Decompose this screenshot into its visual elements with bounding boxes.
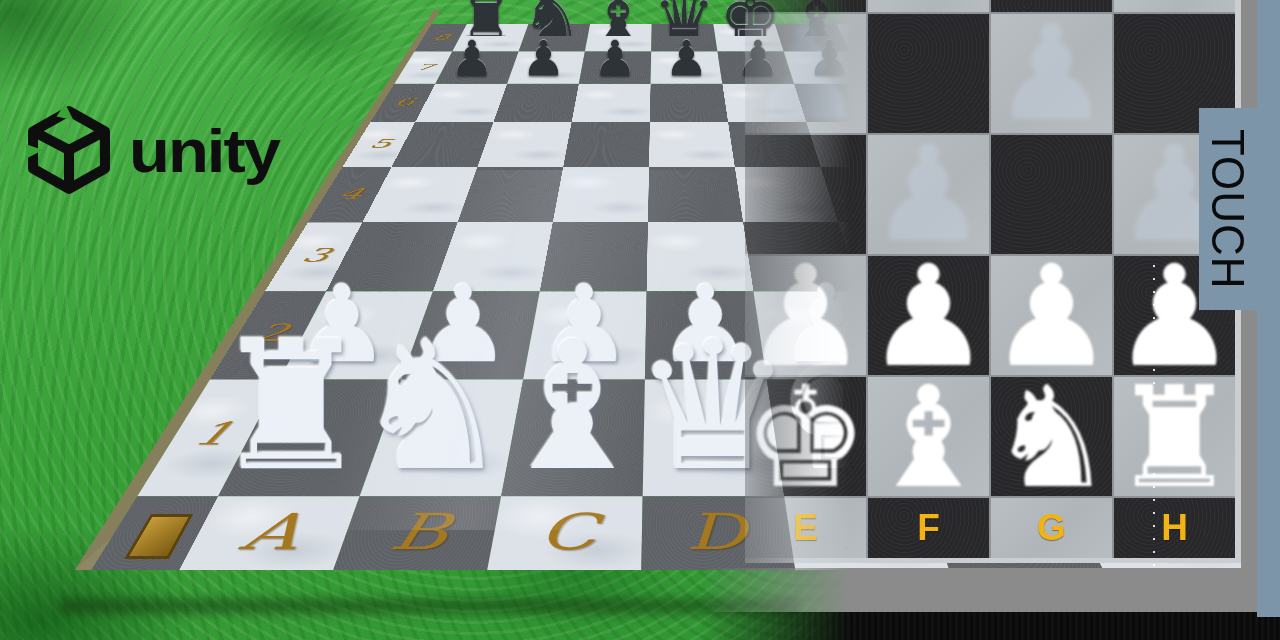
white-bishop-piece[interactable]: ♝	[493, 322, 653, 491]
file-label-h: H	[1114, 498, 1235, 558]
white-rook-piece[interactable]: ♜	[211, 322, 371, 491]
white-king-piece[interactable]: ♚	[745, 377, 866, 496]
black-pawn-piece[interactable]: ♟	[593, 36, 637, 82]
square-c6[interactable]	[572, 84, 651, 122]
file-label-cell-g: G	[991, 498, 1112, 558]
right-board-overlay: ♟♟♟♟♟♟♟♟♚♝♞♜EFGH TOUCH	[700, 0, 1280, 640]
touch-banner[interactable]: TOUCH	[1199, 108, 1257, 310]
square-h5[interactable]	[1114, 0, 1235, 12]
white-knight-piece[interactable]: ♞	[352, 322, 512, 491]
particle-dots	[1153, 265, 1155, 575]
square-e1[interactable]: ♚	[745, 377, 866, 496]
square-h1[interactable]: ♜	[1114, 377, 1235, 496]
file-label-cell-h: H	[1114, 498, 1235, 558]
square-f5[interactable]	[868, 0, 989, 12]
file-label-e: E	[745, 498, 866, 558]
square-c1[interactable]: ♝	[501, 380, 645, 497]
right-board: ♟♟♟♟♟♟♟♟♚♝♞♜EFGH	[745, 0, 1241, 563]
touch-banner-label: TOUCH	[1202, 129, 1255, 290]
square-c5[interactable]	[563, 122, 650, 167]
unity-wordmark: unity	[129, 115, 279, 186]
square-c4[interactable]	[553, 167, 649, 222]
board-shadow	[60, 598, 800, 614]
white-bishop-piece[interactable]: ♝	[868, 377, 989, 496]
square-c7[interactable]: ♟	[579, 52, 651, 84]
board-surround-bottom	[700, 568, 1257, 612]
square-b6[interactable]	[494, 84, 579, 122]
bottom-black-bar	[700, 612, 1280, 640]
square-g4[interactable]: ♟	[991, 14, 1112, 133]
white-knight-piece[interactable]: ♞	[991, 377, 1112, 496]
game-screenshot: 8♜♞♝♛♚♝♞♜7♟♟♟♟♟♟♟♟65432♟♟♟♟♟♟♟♟1♜♞♝♛♚♝♞♜…	[0, 0, 1280, 640]
file-label-cell-e: E	[745, 498, 866, 558]
unity-logo: unity	[23, 104, 279, 196]
square-b7[interactable]: ♟	[507, 52, 585, 84]
square-e4[interactable]: ♟	[745, 14, 866, 133]
file-label-cell-f: F	[868, 498, 989, 558]
square-b5[interactable]	[477, 122, 571, 167]
white-rook-piece[interactable]: ♜	[1114, 377, 1235, 496]
square-f4[interactable]	[868, 14, 989, 133]
square-f1[interactable]: ♝	[868, 377, 989, 496]
black-pawn-piece[interactable]: ♟	[450, 36, 494, 82]
file-label-f: F	[868, 498, 989, 558]
ghost-pawn-reflection: ♟	[745, 14, 866, 133]
file-label-g: G	[991, 498, 1112, 558]
right-edge-strip	[1257, 0, 1280, 617]
unity-cube-icon	[23, 104, 115, 196]
square-g1[interactable]: ♞	[991, 377, 1112, 496]
square-b4[interactable]	[458, 167, 564, 222]
ghost-pawn-reflection: ♟	[991, 14, 1112, 133]
particle-dots-secondary	[1170, 315, 1172, 363]
black-pawn-piece[interactable]: ♟	[521, 36, 565, 82]
